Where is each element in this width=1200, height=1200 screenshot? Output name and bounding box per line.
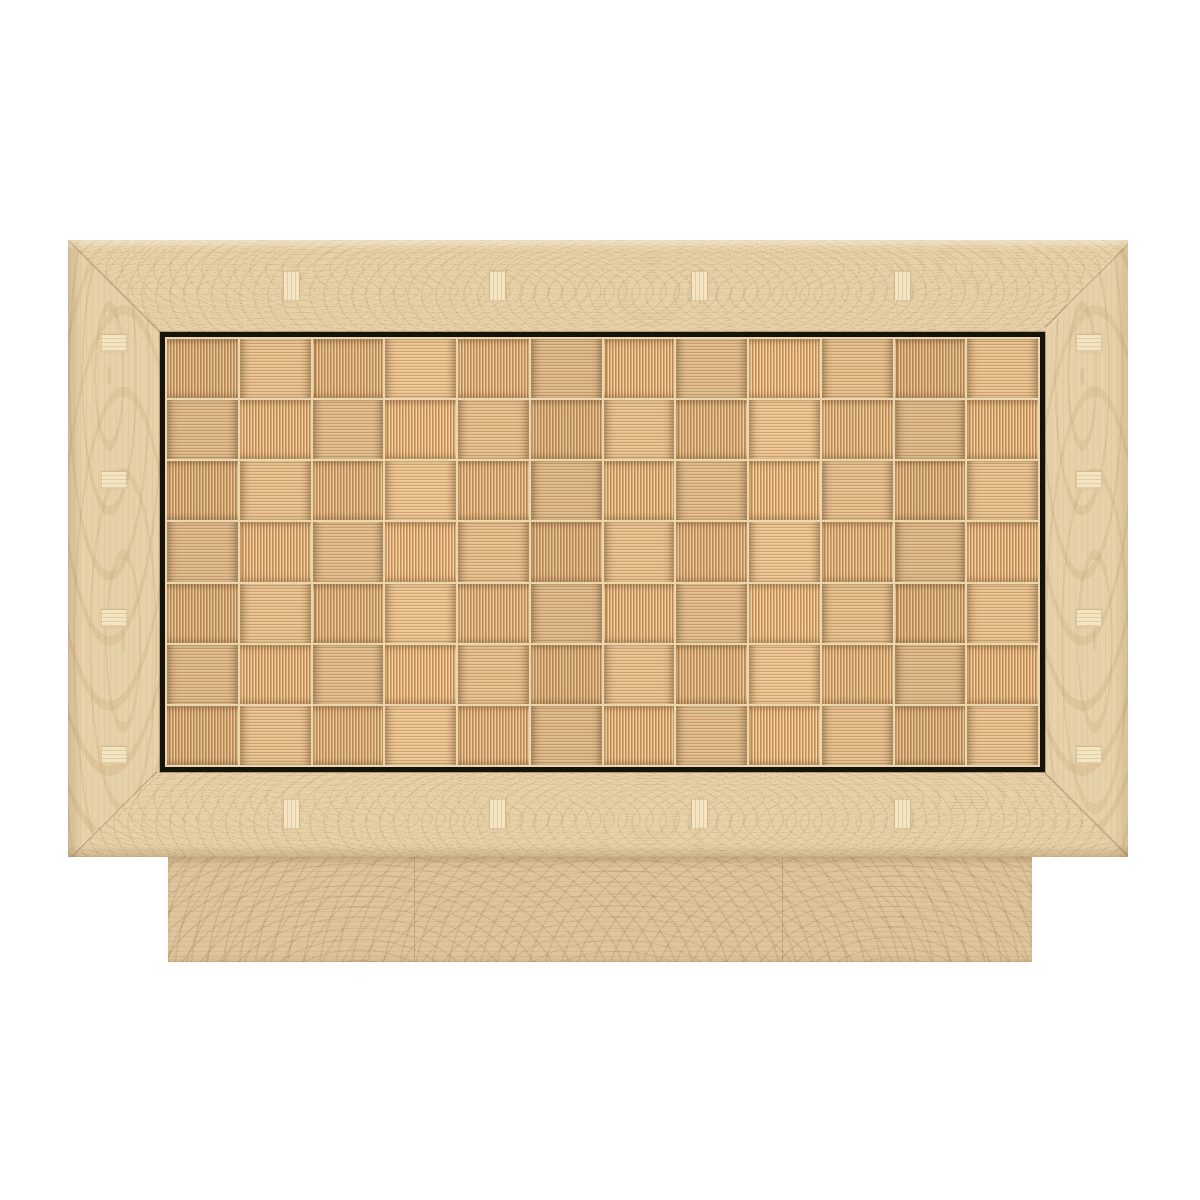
square-r2c7[interactable] xyxy=(604,400,675,459)
frame-rail-left xyxy=(68,240,160,857)
inlay-right-1 xyxy=(1076,334,1102,352)
square-r5c10[interactable] xyxy=(822,584,893,643)
square-r3c6[interactable] xyxy=(531,461,602,520)
square-r7c10[interactable] xyxy=(822,706,893,765)
square-r3c2[interactable] xyxy=(240,461,311,520)
square-r3c3[interactable] xyxy=(313,461,384,520)
square-r2c6[interactable] xyxy=(531,400,602,459)
square-r6c3[interactable] xyxy=(313,645,384,704)
square-r4c11[interactable] xyxy=(895,522,966,581)
playing-panel xyxy=(160,332,1045,772)
square-r3c11[interactable] xyxy=(895,461,966,520)
square-r4c4[interactable] xyxy=(385,522,456,581)
square-r2c12[interactable] xyxy=(967,400,1038,459)
square-r1c8[interactable] xyxy=(676,339,747,398)
inlay-right-4 xyxy=(1076,746,1102,764)
inlay-right-2 xyxy=(1076,471,1102,489)
square-r7c9[interactable] xyxy=(749,706,820,765)
square-r7c11[interactable] xyxy=(895,706,966,765)
square-r2c9[interactable] xyxy=(749,400,820,459)
square-r1c3[interactable] xyxy=(313,339,384,398)
inlay-bottom-1 xyxy=(283,799,300,829)
square-r3c10[interactable] xyxy=(822,461,893,520)
square-r6c9[interactable] xyxy=(749,645,820,704)
inlay-bottom-4 xyxy=(894,799,911,829)
square-r4c1[interactable] xyxy=(167,522,238,581)
square-r6c1[interactable] xyxy=(167,645,238,704)
square-r2c8[interactable] xyxy=(676,400,747,459)
inlay-top-1 xyxy=(283,271,300,301)
square-r1c12[interactable] xyxy=(967,339,1038,398)
square-r6c10[interactable] xyxy=(822,645,893,704)
square-r6c6[interactable] xyxy=(531,645,602,704)
square-r3c1[interactable] xyxy=(167,461,238,520)
square-r6c12[interactable] xyxy=(967,645,1038,704)
square-r1c6[interactable] xyxy=(531,339,602,398)
square-r7c12[interactable] xyxy=(967,706,1038,765)
square-r2c5[interactable] xyxy=(458,400,529,459)
square-r6c11[interactable] xyxy=(895,645,966,704)
square-r4c8[interactable] xyxy=(676,522,747,581)
square-r7c7[interactable] xyxy=(604,706,675,765)
square-r6c4[interactable] xyxy=(385,645,456,704)
board-frame xyxy=(68,240,1128,857)
square-r5c3[interactable] xyxy=(313,584,384,643)
square-r2c11[interactable] xyxy=(895,400,966,459)
frame-rail-bottom xyxy=(68,772,1128,857)
inlay-top-4 xyxy=(894,271,911,301)
square-r1c2[interactable] xyxy=(240,339,311,398)
inlay-left-2 xyxy=(101,471,127,489)
square-r5c9[interactable] xyxy=(749,584,820,643)
square-r5c8[interactable] xyxy=(676,584,747,643)
square-r7c1[interactable] xyxy=(167,706,238,765)
square-r2c3[interactable] xyxy=(313,400,384,459)
square-r4c6[interactable] xyxy=(531,522,602,581)
square-r7c3[interactable] xyxy=(313,706,384,765)
frame-rail-top xyxy=(68,240,1128,332)
inlay-left-1 xyxy=(101,334,127,352)
square-r3c8[interactable] xyxy=(676,461,747,520)
frame-rail-right xyxy=(1045,240,1128,857)
square-r5c5[interactable] xyxy=(458,584,529,643)
square-r1c7[interactable] xyxy=(604,339,675,398)
square-r7c4[interactable] xyxy=(385,706,456,765)
square-r2c2[interactable] xyxy=(240,400,311,459)
square-r1c1[interactable] xyxy=(167,339,238,398)
square-r5c6[interactable] xyxy=(531,584,602,643)
square-r6c2[interactable] xyxy=(240,645,311,704)
inlay-top-2 xyxy=(489,271,506,301)
inlay-right-3 xyxy=(1076,609,1102,627)
square-r2c1[interactable] xyxy=(167,400,238,459)
square-r3c7[interactable] xyxy=(604,461,675,520)
inlay-top-3 xyxy=(691,271,708,301)
square-r5c2[interactable] xyxy=(240,584,311,643)
square-r7c8[interactable] xyxy=(676,706,747,765)
square-r1c9[interactable] xyxy=(749,339,820,398)
square-r4c2[interactable] xyxy=(240,522,311,581)
square-r1c4[interactable] xyxy=(385,339,456,398)
square-r4c7[interactable] xyxy=(604,522,675,581)
square-r1c5[interactable] xyxy=(458,339,529,398)
square-r7c6[interactable] xyxy=(531,706,602,765)
square-r4c5[interactable] xyxy=(458,522,529,581)
square-r2c4[interactable] xyxy=(385,400,456,459)
inlay-bottom-2 xyxy=(489,799,506,829)
square-r7c5[interactable] xyxy=(458,706,529,765)
square-r5c7[interactable] xyxy=(604,584,675,643)
square-r5c1[interactable] xyxy=(167,584,238,643)
square-r1c10[interactable] xyxy=(822,339,893,398)
square-r3c12[interactable] xyxy=(967,461,1038,520)
square-r4c10[interactable] xyxy=(822,522,893,581)
square-r5c4[interactable] xyxy=(385,584,456,643)
square-r3c9[interactable] xyxy=(749,461,820,520)
square-r2c10[interactable] xyxy=(822,400,893,459)
square-r6c7[interactable] xyxy=(604,645,675,704)
square-r6c5[interactable] xyxy=(458,645,529,704)
square-r5c11[interactable] xyxy=(895,584,966,643)
square-r7c2[interactable] xyxy=(240,706,311,765)
product-stage xyxy=(0,0,1200,1200)
square-r4c12[interactable] xyxy=(967,522,1038,581)
square-r3c4[interactable] xyxy=(385,461,456,520)
square-r4c3[interactable] xyxy=(313,522,384,581)
weave-grid xyxy=(165,337,1040,767)
square-r4c9[interactable] xyxy=(749,522,820,581)
plinth-base xyxy=(168,856,1032,962)
inlay-left-4 xyxy=(101,746,127,764)
square-r5c12[interactable] xyxy=(967,584,1038,643)
square-r1c11[interactable] xyxy=(895,339,966,398)
square-r6c8[interactable] xyxy=(676,645,747,704)
inlay-left-3 xyxy=(101,609,127,627)
inlay-bottom-3 xyxy=(691,799,708,829)
square-r3c5[interactable] xyxy=(458,461,529,520)
